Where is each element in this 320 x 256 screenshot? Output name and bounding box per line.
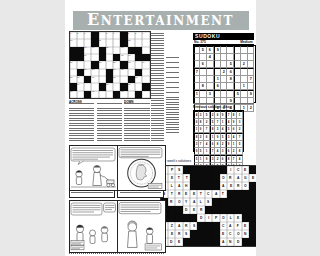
sudoku-solution-glyph: 9 — [222, 114, 224, 117]
sudoku-cell — [227, 83, 234, 90]
crossword-solution-glyph: D — [170, 240, 172, 243]
crossword-cell: 26 — [91, 69, 98, 76]
sudoku-solution-glyph: 2 — [233, 150, 235, 153]
sudoku-solution-glyph: 7 — [228, 114, 230, 117]
crossword-solution-cell: E — [190, 206, 197, 214]
crossword-cell — [91, 54, 98, 61]
sudoku-cell: 1 — [241, 83, 248, 90]
crossword-solution-block-cell — [234, 206, 241, 214]
sudoku-cell — [241, 76, 248, 83]
crossword-solution-glyph: L — [230, 216, 232, 219]
crossword-cell: 35 — [106, 83, 113, 90]
sudoku-solution-glyph: 1 — [233, 143, 235, 146]
sudoku-solution-glyph: 8 — [233, 114, 235, 117]
crossword-solution-glyph: Z — [171, 224, 173, 227]
caption-text — [71, 192, 113, 196]
sudoku-solution-glyph: 5 — [195, 158, 197, 161]
sudoku-cell: 2 — [248, 105, 255, 112]
crossword-solution-cell: R — [168, 198, 175, 206]
sudoku-cell — [241, 68, 248, 76]
sudoku-cell — [207, 68, 214, 76]
sudoku-solution-glyph: 7 — [200, 143, 202, 146]
page-banner: ENTERTAINMENT — [73, 11, 249, 30]
crossword-solution-cell: C — [205, 190, 212, 198]
clue-number: 31 — [92, 76, 94, 78]
sudoku-cell: 6 — [207, 46, 214, 54]
crossword-solution-block-cell — [205, 238, 212, 246]
crossword-solution-cell: E — [168, 174, 175, 182]
crossword-solution-glyph: T — [185, 176, 187, 179]
crossword-cell: 11 — [99, 39, 106, 46]
sudoku-solution-glyph: 9 — [217, 136, 219, 139]
sudoku-cell — [194, 83, 201, 90]
crossword-cell — [84, 83, 91, 90]
crossword-cell — [77, 91, 84, 98]
crossword-solution-glyph: R — [237, 184, 239, 187]
mother-figure — [92, 165, 103, 185]
sudoku-solution-glyph: 2 — [217, 158, 219, 161]
signature-boxes — [71, 241, 84, 250]
crossword-solution-cell: A — [234, 174, 241, 182]
previous-solution-label: Previous solution - Easy — [193, 105, 231, 108]
crossword-solution-glyph: E — [230, 184, 232, 187]
crossword-solution-cell: C — [220, 222, 227, 230]
crossword-block-cell — [120, 32, 127, 39]
sudoku-cell: 7 — [248, 76, 255, 83]
sudoku-solution-glyph: 8 — [200, 121, 202, 124]
crossword-solution-glyph: T — [200, 192, 202, 195]
sudoku-cell — [241, 90, 248, 98]
crossword-solution-glyph: E — [244, 224, 246, 227]
sudoku-solution-glyph: 2 — [212, 114, 214, 117]
crossword-solution-cell: E — [242, 222, 249, 230]
clue-column-2 — [97, 100, 122, 143]
crossword-block-cell — [99, 47, 106, 54]
sudoku-solution-glyph: 3 — [238, 121, 240, 124]
clue-number: 32 — [113, 76, 115, 78]
clue-number: 15 — [106, 46, 108, 48]
sudoku-glyph: 6 — [229, 70, 231, 74]
clue-number: 28 — [121, 68, 123, 70]
clue-number: 24 — [142, 61, 144, 63]
clue-number: 16 — [121, 46, 123, 48]
clue-number: 20 — [70, 61, 72, 63]
crossword-solution-glyph: P — [215, 216, 217, 219]
crossword-block-cell — [77, 69, 84, 76]
child-figure-3 — [101, 227, 108, 242]
coin-illustration — [127, 159, 155, 187]
previous-sudoku-solution-grid: 4352697816825714931978345628261953473746… — [193, 110, 244, 152]
comic1-panel-right — [118, 146, 165, 190]
crossword-solution-glyph: O — [237, 232, 240, 235]
grandmother-figure — [127, 221, 137, 247]
crossword-solution-glyph: E — [252, 176, 254, 179]
sudoku-header-bar: SUDOKU — [193, 33, 254, 40]
crossword-solution-glyph: I — [208, 216, 209, 219]
sudoku-cell — [248, 54, 255, 61]
crossword-solution-cell: Z — [168, 222, 175, 230]
crossword-solution-cell: G — [242, 174, 249, 182]
crossword-solution-block-cell — [190, 238, 197, 246]
sudoku-cell: 6 — [214, 83, 221, 90]
sudoku-solution-glyph: 4 — [206, 143, 208, 146]
crossword-solution-cell: E — [220, 230, 227, 238]
crossword-cell — [142, 39, 149, 46]
crossword-solution-cell: A — [220, 238, 227, 246]
crossword-solution-glyph: R — [170, 200, 172, 203]
crossword-block-cell — [142, 83, 149, 90]
crossword-cell: 27 — [113, 69, 120, 76]
sudoku-cell — [248, 83, 255, 90]
crossword-solution-block-cell — [212, 222, 219, 230]
crossword-cell: 34 — [77, 83, 84, 90]
sudoku-glyph: 1 — [196, 92, 198, 96]
sudoku-solution-glyph: 3 — [228, 136, 230, 139]
sudoku-cell — [200, 68, 207, 76]
crossword-cell — [99, 69, 106, 76]
sudoku-cell — [214, 68, 221, 76]
clue-text — [97, 103, 122, 143]
sudoku-cell — [234, 76, 241, 83]
crossword-solution-cell: R — [197, 206, 204, 214]
sudoku-solution-glyph: 5 — [212, 121, 214, 124]
sudoku-solution-glyph: 3 — [222, 150, 224, 153]
crossword-solution-block-cell — [220, 198, 227, 206]
sudoku-solution-glyph: 8 — [238, 150, 240, 153]
sudoku-solution-cell: 8 — [237, 148, 242, 155]
comic2-left-art — [70, 201, 117, 252]
crossword-solution-block-cell — [234, 198, 241, 206]
crossword-cell — [106, 91, 113, 98]
sudoku-cell — [227, 46, 234, 54]
crossword-solution-glyph: C — [237, 168, 239, 171]
crossword-solution-cell: E — [183, 190, 190, 198]
crossword-solution-cell: D — [168, 238, 175, 246]
sudoku-cell — [221, 76, 228, 83]
comic2-right-art — [118, 201, 165, 252]
sudoku-glyph: 6 — [202, 62, 204, 66]
sudoku-glyph: 2 — [250, 106, 252, 110]
clue-number: 9 — [142, 32, 143, 34]
clue-number: 3 — [84, 32, 85, 34]
crossword-block-cell — [91, 32, 98, 39]
sudoku-solution-glyph: 7 — [206, 128, 208, 131]
sudoku-glyph: 2 — [243, 62, 245, 66]
sudoku-cell: 5 — [234, 90, 241, 98]
crossword-solution-cell: E — [227, 182, 234, 190]
crossword-solution-glyph: E — [244, 168, 246, 171]
sudoku-solution-glyph: 4 — [228, 121, 230, 124]
crossword-solution-block-cell — [242, 198, 249, 206]
crossword-solution-block-cell — [249, 238, 255, 246]
comic-strip-2 — [69, 200, 166, 253]
sudoku-solution-glyph: 9 — [206, 158, 208, 161]
crossword-solution-block-cell — [190, 214, 197, 222]
crossword-cell: 2 — [77, 32, 84, 39]
sudoku-cell — [221, 83, 228, 90]
sudoku-glyph: 1 — [243, 84, 245, 88]
crossword-solution-block-cell — [205, 206, 212, 214]
sudoku-cell: 1 — [214, 76, 221, 83]
sudoku-cell: 7 — [194, 68, 201, 76]
crossword-cell — [142, 69, 149, 76]
dotted-cut-line — [69, 253, 164, 254]
crossword-solution-glyph: A — [215, 192, 217, 195]
crossword-solution-block-cell — [190, 166, 197, 174]
crossword-cell: 12 — [128, 39, 135, 46]
crossword-solution-glyph: E — [222, 232, 224, 235]
clue-number: 29 — [70, 76, 72, 78]
comic2-panel-right — [118, 201, 165, 252]
child-figure-2 — [89, 230, 95, 244]
crossword-solution-glyph: L — [171, 184, 173, 187]
clue-number: 34 — [77, 83, 79, 85]
crossword-solution-block-cell — [212, 206, 219, 214]
crossword-cell: 17 — [84, 54, 91, 61]
clue-number: 21 — [99, 61, 101, 63]
sudoku-cell — [241, 46, 248, 54]
crossword-solution-glyph: R — [200, 208, 202, 211]
sudoku-solution-glyph: 6 — [222, 158, 224, 161]
crossword-cell: 37 — [70, 91, 77, 98]
boy-in-cap-figure — [76, 225, 85, 242]
sudoku-cell — [234, 46, 241, 54]
crossword-solution-glyph: O — [222, 216, 225, 219]
crossword-solution-cell: F — [234, 222, 241, 230]
clue-number: 18 — [121, 54, 123, 56]
sudoku-solution-glyph: 5 — [228, 128, 230, 131]
sudoku-title: SUDOKU — [195, 34, 220, 39]
sudoku-cell — [194, 46, 201, 54]
crossword-solution-cell: E — [249, 174, 255, 182]
crossword-solution-block-cell — [212, 238, 219, 246]
clue-spacer — [97, 100, 110, 102]
crossword-cell: 10 — [70, 39, 77, 46]
crossword-cell: 23 — [128, 61, 135, 68]
sudoku-solution-glyph: 6 — [212, 143, 214, 146]
crossword-solution-glyph: E — [193, 208, 195, 211]
crossword-solution-glyph: P — [170, 168, 172, 171]
crossword-solution-glyph: C — [229, 232, 231, 235]
clue-number: 8 — [135, 32, 136, 34]
crossword-solution-cell: P — [212, 214, 219, 222]
crossword-solution-block-cell — [212, 230, 219, 238]
crossword-clues-column-right-2 — [166, 57, 179, 133]
crossword-cell — [77, 39, 84, 46]
caption-box-left — [69, 190, 116, 198]
lawnmower — [104, 177, 115, 187]
sudoku-glyph: 3 — [209, 92, 211, 96]
crossword-solution-glyph: E — [185, 192, 187, 195]
sudoku-solution-glyph: 7 — [238, 136, 240, 139]
sudoku-solution-glyph: 8 — [217, 143, 219, 146]
sudoku-cell: 3 — [207, 90, 214, 98]
sudoku-solution-glyph: 1 — [195, 128, 197, 131]
crossword-solution-glyph: E — [178, 240, 180, 243]
sudoku-glyph: 7 — [196, 70, 198, 74]
clue-number: 2 — [77, 32, 78, 34]
crossword-cell — [120, 76, 127, 83]
crossword-solution-block-cell — [220, 166, 227, 174]
clue-number: 12 — [128, 39, 130, 41]
crossword-solution-block-cell — [197, 238, 204, 246]
sudoku-solution-glyph: 4 — [217, 150, 219, 153]
crossword-solution-block-cell — [212, 174, 219, 182]
clue-number: 6 — [113, 32, 114, 34]
crossword-solution-block-cell — [197, 182, 204, 190]
crossword-solution-block-cell — [227, 198, 234, 206]
crossword-solution-glyph: T — [171, 192, 173, 195]
sudoku-glyph: 8 — [202, 84, 204, 88]
crossword-cell: 14 — [91, 47, 98, 54]
crossword-solution-glyph: S — [185, 232, 187, 235]
sudoku-cell — [214, 61, 221, 68]
crossword-solution-cell: E — [234, 214, 241, 222]
crossword-solution-cell: O — [220, 214, 227, 222]
crossword-solution-cell: R — [175, 230, 182, 238]
sudoku-cell — [248, 68, 255, 76]
clue-text — [69, 103, 95, 143]
crossword-solution-block-cell — [183, 238, 190, 246]
sudoku-cell — [234, 83, 241, 90]
crossword-cell — [142, 76, 149, 83]
crossword-solution-cell: O — [175, 198, 182, 206]
crossword-cell — [135, 39, 142, 46]
crossword-solution-glyph: A — [222, 240, 224, 243]
crossword-solution-cell: E — [242, 166, 249, 174]
crossword-solution-block-cell — [205, 182, 212, 190]
sudoku-cell: 9 — [248, 90, 255, 98]
sudoku-solution-glyph: 3 — [195, 143, 197, 146]
comic1-left-art — [70, 146, 117, 190]
crossword-solution-glyph: O — [178, 200, 181, 203]
crossword-solution-glyph: C — [222, 224, 224, 227]
crossword-solution-block-cell — [168, 206, 175, 214]
sudoku-cell — [227, 90, 234, 98]
sudoku-cell: 5 — [227, 61, 234, 68]
sudoku-solution-glyph: 7 — [212, 150, 214, 153]
sudoku-cell: 8 — [227, 76, 234, 83]
comic2-panel-left — [70, 201, 118, 252]
crossword-solution-glyph: A — [229, 224, 231, 227]
crossword-solution-cell: H — [183, 182, 190, 190]
crossword-solution-glyph: N — [229, 240, 231, 243]
comic1-caption-strips — [69, 190, 164, 198]
sudoku-solution-glyph: 5 — [206, 114, 208, 117]
bubble-tail — [78, 161, 84, 165]
page-title: ENTERTAINMENT — [87, 10, 234, 31]
crossword-solution-block-cell — [183, 166, 190, 174]
crossword-solution-cell: P — [168, 166, 175, 174]
crossword-cell — [113, 39, 120, 46]
crossword-solution-cell: D — [183, 206, 190, 214]
sudoku-glyph: 9 — [250, 92, 252, 96]
crossword-solution-block-cell — [249, 182, 255, 190]
sudoku-glyph: 5 — [237, 92, 239, 96]
sudoku-glyph: 5 — [229, 62, 231, 66]
caption-box-right — [117, 190, 164, 198]
sudoku-solution-glyph: 8 — [228, 158, 230, 161]
crossword-solution-glyph: S — [178, 168, 180, 171]
speech-bubble — [119, 202, 161, 213]
sudoku-solution-glyph: 1 — [238, 114, 240, 117]
sudoku-solution-glyph: 8 — [212, 128, 214, 131]
sudoku-glyph: 1 — [216, 77, 218, 81]
crossword-cell: 31 — [91, 76, 98, 83]
sudoku-cell — [200, 76, 207, 83]
crossword-solution-glyph: A — [222, 184, 224, 187]
crossword-block-cell — [77, 54, 84, 61]
crossword-cell: 20 — [70, 61, 77, 68]
sudoku-solution-glyph: 3 — [217, 128, 219, 131]
clue-number: 26 — [92, 68, 94, 70]
crossword-solution-cell: T — [175, 174, 182, 182]
crossword-solution-glyph: F — [237, 224, 239, 227]
sudoku-glyph: 9 — [216, 48, 218, 52]
sudoku-glyph: 8 — [229, 77, 231, 81]
crossword-solution-block-cell — [242, 206, 249, 214]
crossword-cell — [99, 76, 106, 83]
crossword-solution-cell: Y — [183, 198, 190, 206]
crossword-solution-cell: L — [197, 198, 204, 206]
crossword-cell: 3 — [84, 32, 91, 39]
crossword-solution-glyph: E — [170, 232, 172, 235]
crossword-solution-cell: I — [205, 214, 212, 222]
clue-number: 30 — [77, 76, 79, 78]
crossword-solution-glyph: R — [229, 176, 231, 179]
sudoku-solution-glyph: 9 — [195, 150, 197, 153]
sudoku-cell: 8 — [200, 83, 207, 90]
crossword-solution-block-cell — [227, 190, 234, 198]
sudoku-solution-glyph: 5 — [238, 143, 240, 146]
sudoku-solution-glyph: 6 — [228, 150, 230, 153]
crossword-solution-block-cell — [242, 190, 249, 198]
crossword-solution-cell: C — [234, 166, 241, 174]
crossword-cell: 29 — [70, 76, 77, 83]
crossword-solution-block-cell — [212, 166, 219, 174]
crossword-cell — [70, 69, 77, 76]
crossword-solution-grid: UPSICESETTORAGEBLAHAEROSTREETCATROYALSDE… — [160, 165, 256, 247]
sudoku-cell: 2 — [241, 61, 248, 68]
sudoku-cell — [194, 61, 201, 68]
sudoku-solution-glyph: 6 — [206, 136, 208, 139]
crossword-solution-cell: E — [190, 190, 197, 198]
clue-number: 13 — [84, 46, 86, 48]
crossword-solution-glyph: G — [244, 176, 247, 179]
speech-bubble — [71, 203, 102, 215]
crossword-solution-glyph: O — [222, 176, 225, 179]
sudoku-cell — [234, 54, 241, 61]
sudoku-solution-glyph: 8 — [195, 136, 197, 139]
crossword-solution-cell: O — [234, 230, 241, 238]
crossword-solution-cell: N — [242, 230, 249, 238]
sudoku-cell — [200, 90, 207, 98]
crossword-solution-glyph: I — [230, 168, 231, 171]
sudoku-solution-glyph: 4 — [233, 136, 235, 139]
crossword-solution-block-cell — [249, 222, 255, 230]
sudoku-cell — [207, 83, 214, 90]
crossword-solution-cell: R — [234, 182, 241, 190]
sudoku-cell — [241, 54, 248, 61]
clue-number: 22 — [113, 61, 115, 63]
crossword-solution-cell: E — [168, 230, 175, 238]
crossword-solution-block-cell — [234, 190, 241, 198]
crossword-solution-block-cell — [197, 222, 204, 230]
sudoku-cell — [221, 90, 228, 98]
sudoku-solution-glyph: 1 — [222, 121, 224, 124]
clue-number: 23 — [128, 61, 130, 63]
crossword-cell: 38 — [91, 91, 98, 98]
